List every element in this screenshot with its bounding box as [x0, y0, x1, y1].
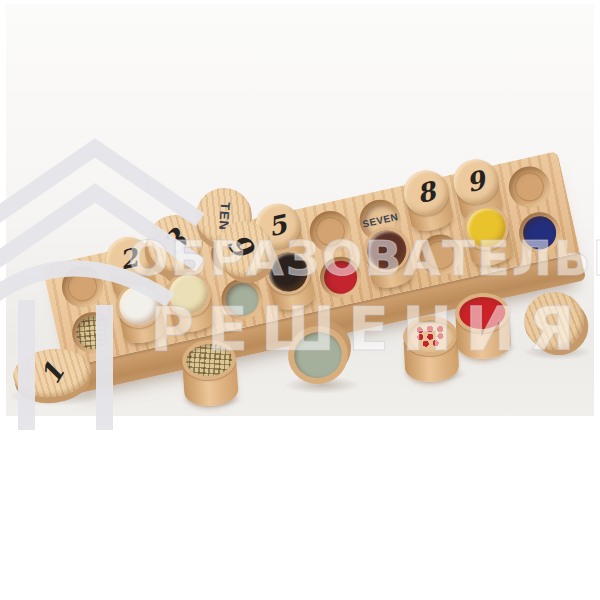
texture-piece-red [321, 257, 360, 296]
slot-bottom-10 [509, 204, 569, 261]
texture-piece-blue [519, 213, 558, 252]
piece-8: 8 [399, 166, 457, 238]
loose-piece-3-label: 3 [157, 225, 193, 261]
texture-piece-green [222, 279, 261, 318]
empty-well [58, 262, 107, 311]
loose-piece-1-label: 1 [36, 358, 69, 388]
piece-8-label: 8 [414, 178, 437, 207]
loose-piece-6-label: 6 [226, 232, 263, 266]
empty-well [504, 162, 553, 211]
loose-piece-10-dots-cylinder [519, 286, 590, 355]
piece-2-label: 2 [117, 244, 140, 273]
empty-well [306, 206, 355, 255]
loose-piece-6: 6 [216, 221, 272, 277]
empty-well [416, 230, 465, 279]
loose-piece-mesh-cylinder [181, 338, 239, 408]
piece-9-label: 9 [464, 167, 487, 196]
loose-piece-1: 1 [10, 344, 93, 401]
product-photo-canvas: 2 FOUR 5 SEVEN 8 [0, 0, 600, 600]
loose-piece-8-dots-cylinder [402, 315, 459, 384]
loose-piece-red-felt-cylinder [454, 292, 511, 361]
